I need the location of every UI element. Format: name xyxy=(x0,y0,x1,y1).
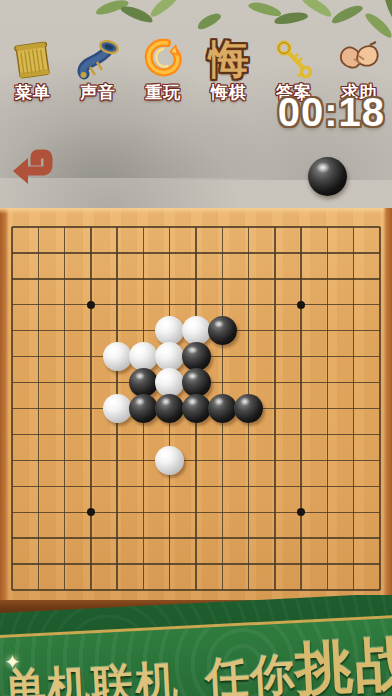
black-stone xyxy=(234,394,263,423)
promo-banner: 单机联机任你挑战 ✦ xyxy=(0,595,392,696)
white-stone xyxy=(155,342,184,371)
scroll-icon xyxy=(9,34,57,84)
grid-line xyxy=(300,227,301,590)
white-stone xyxy=(103,342,132,371)
game-board[interactable] xyxy=(0,208,392,620)
back-arrow-icon xyxy=(10,144,60,196)
undo-button[interactable]: 悔 悔棋 xyxy=(196,0,261,106)
grid-line xyxy=(12,512,380,513)
star-point xyxy=(87,508,95,516)
grid-line xyxy=(12,537,380,538)
star-point xyxy=(297,508,305,516)
sparkle-icon: ✦ xyxy=(4,650,21,674)
grid-line xyxy=(12,589,380,590)
timer: 00:18 xyxy=(278,90,385,135)
white-stone xyxy=(103,394,132,423)
top-bar: 菜单 声音 xyxy=(0,0,392,208)
grid-line xyxy=(12,460,380,461)
gomoku-app: { "game": "gomoku", "position": { "board… xyxy=(0,0,392,696)
key-icon xyxy=(270,34,318,84)
black-stone xyxy=(208,316,237,345)
black-stone xyxy=(182,342,211,371)
white-stone xyxy=(155,316,184,345)
black-stone xyxy=(155,394,184,423)
regret-character-icon: 悔 xyxy=(205,34,253,84)
star-point xyxy=(87,301,95,309)
replay-label: 重玩 xyxy=(145,84,181,102)
white-stone xyxy=(182,316,211,345)
handshake-icon xyxy=(335,34,383,84)
star-point xyxy=(297,301,305,309)
back-button[interactable] xyxy=(10,144,60,196)
sound-label: 声音 xyxy=(80,84,116,102)
black-stone xyxy=(182,368,211,397)
black-stone xyxy=(129,368,158,397)
sound-button[interactable]: 声音 xyxy=(65,0,130,106)
banner-text-left: 单机联机 xyxy=(3,657,181,696)
menu-label: 菜单 xyxy=(15,84,51,102)
banner-text-right-big: 挑战 xyxy=(293,630,392,696)
banner-text: 单机联机任你挑战 xyxy=(0,625,392,696)
grid-line xyxy=(327,227,328,590)
horn-icon xyxy=(74,34,122,84)
flame-replay-icon xyxy=(139,34,187,84)
undo-label: 悔棋 xyxy=(211,84,247,102)
black-stone xyxy=(129,394,158,423)
black-stone xyxy=(208,394,237,423)
white-stone xyxy=(155,446,184,475)
grid-line xyxy=(353,227,354,590)
board-grid[interactable] xyxy=(12,227,380,590)
grid-line xyxy=(12,486,380,487)
white-stone xyxy=(155,368,184,397)
turn-indicator-black-stone xyxy=(308,157,347,196)
grid-line xyxy=(12,563,380,564)
board-top-edge xyxy=(0,208,392,214)
grid-line xyxy=(12,434,380,435)
banner-text-right-small: 任你 xyxy=(204,649,296,696)
grid-line xyxy=(274,227,275,590)
replay-button[interactable]: 重玩 xyxy=(131,0,196,106)
grid-line xyxy=(379,227,380,590)
menu-button[interactable]: 菜单 xyxy=(0,0,65,106)
black-stone xyxy=(182,394,211,423)
white-stone xyxy=(129,342,158,371)
